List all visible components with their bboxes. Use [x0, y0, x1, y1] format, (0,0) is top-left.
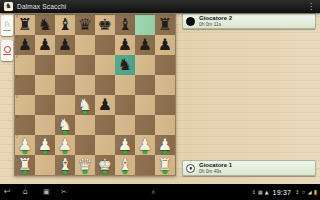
- square-e3[interactable]: [95, 115, 115, 135]
- rank-label-4: 4: [16, 95, 18, 99]
- square-d3[interactable]: [75, 115, 95, 135]
- black-king-e8: ♚: [98, 17, 112, 33]
- square-g2[interactable]: ♟: [135, 135, 155, 155]
- white-king-e1: ♚: [98, 157, 112, 173]
- square-e7[interactable]: [95, 35, 115, 55]
- chess-app-screen: ♞ Dalmax Scacchi ⋮ ♘ 8♜♞♝♛♚♝♜7♟♟♟♟♟♟6♞54…: [0, 0, 320, 200]
- square-f4[interactable]: [115, 95, 135, 115]
- white-pawn-b2: ♟: [38, 137, 52, 153]
- white-player-icon: [186, 164, 195, 173]
- square-a3[interactable]: 3: [15, 115, 35, 135]
- square-a2[interactable]: 2♟: [15, 135, 35, 155]
- black-bishop-c8: ♝: [58, 17, 72, 33]
- white-pawn-g2: ♟: [138, 137, 152, 153]
- usb-icon: ↕: [252, 190, 256, 195]
- white-knight-d4: ♞: [78, 97, 92, 113]
- square-c7[interactable]: ♟: [55, 35, 75, 55]
- white-queen-d1: ♛: [78, 157, 92, 173]
- app-title: Dalmax Scacchi: [17, 3, 66, 10]
- square-h5[interactable]: [155, 75, 175, 95]
- square-c2[interactable]: ♟: [55, 135, 75, 155]
- square-a4[interactable]: 4: [15, 95, 35, 115]
- black-pawn-c7: ♟: [58, 37, 72, 53]
- black-bishop-f8: ♝: [118, 17, 132, 33]
- status-clock: 19:37: [273, 189, 292, 196]
- square-f2[interactable]: ♟: [115, 135, 135, 155]
- white-player-icon-dot: [189, 167, 192, 170]
- square-c5[interactable]: [55, 75, 75, 95]
- white-knight-c3: ♞: [58, 117, 72, 133]
- square-b3[interactable]: [35, 115, 55, 135]
- white-rook-a1: ♜: [18, 157, 32, 173]
- square-b6[interactable]: [35, 55, 55, 75]
- black-rook-a8: ♜: [18, 17, 32, 33]
- player-card-top[interactable]: Giocatore 2 0h 0m 11s: [182, 13, 316, 29]
- player2-name: Giocatore 2: [199, 15, 232, 22]
- square-a5[interactable]: 5: [15, 75, 35, 95]
- black-knight-f6: ♞: [118, 57, 132, 73]
- player2-clock: 0h 0m 11s: [199, 22, 232, 28]
- square-h2[interactable]: ♟: [155, 135, 175, 155]
- rank-label-5: 5: [16, 75, 18, 79]
- black-pawn-b7: ♟: [38, 37, 52, 53]
- white-pawn-a2: ♟: [18, 137, 32, 153]
- square-e1[interactable]: ♚: [95, 155, 115, 175]
- chevron-up-icon[interactable]: ∧: [151, 184, 155, 200]
- black-knight-b8: ♞: [38, 17, 52, 33]
- square-d5[interactable]: [75, 75, 95, 95]
- square-a1[interactable]: 1♜: [15, 155, 35, 175]
- black-pawn-f7: ♟: [118, 37, 132, 53]
- black-rook-h8: ♜: [158, 17, 172, 33]
- square-g6[interactable]: [135, 55, 155, 75]
- screenshot-icon[interactable]: ✂: [61, 184, 67, 200]
- player1-clock: 0h 0m 49s: [199, 169, 232, 175]
- chess-board: 8♜♞♝♛♚♝♜7♟♟♟♟♟♟6♞54♞♟3♞2♟♟♟♟♟♟1♜♝♛♚♝♜: [14, 14, 176, 176]
- square-g8[interactable]: [135, 15, 155, 35]
- square-f5[interactable]: [115, 75, 135, 95]
- square-c4[interactable]: [55, 95, 75, 115]
- square-b8[interactable]: ♞: [35, 15, 55, 35]
- overflow-menu-icon[interactable]: ⋮: [306, 3, 316, 11]
- back-icon[interactable]: ↩: [4, 184, 11, 200]
- square-e8[interactable]: ♚: [95, 15, 115, 35]
- white-bishop-c1: ♝: [58, 157, 72, 173]
- status-icon-group: ↕ ▦ ▲ 19:37 ↥ ☆ ◢ ▮: [252, 184, 317, 200]
- black-pawn-e4: ♟: [98, 97, 112, 113]
- red-ring-icon: [4, 46, 11, 53]
- square-g5[interactable]: [135, 75, 155, 95]
- square-d2[interactable]: [75, 135, 95, 155]
- square-d6[interactable]: [75, 55, 95, 75]
- warning-icon: ▲: [265, 190, 269, 195]
- white-rook-h1: ♜: [158, 157, 172, 173]
- android-nav-bar: ↩ ⌂ ▣ ✂ ∧ ↕ ▦ ▲ 19:37 ↥ ☆ ◢ ▮: [0, 184, 320, 200]
- square-e5[interactable]: [95, 75, 115, 95]
- black-pawn-g7: ♟: [138, 37, 152, 53]
- square-d7[interactable]: [75, 35, 95, 55]
- square-c6[interactable]: [55, 55, 75, 75]
- square-b4[interactable]: [35, 95, 55, 115]
- square-b5[interactable]: [35, 75, 55, 95]
- star-icon: ☆: [301, 190, 305, 195]
- player-card-bottom[interactable]: Giocatore 1 0h 0m 49s: [182, 160, 316, 176]
- storage-icon: ▦: [258, 190, 263, 195]
- square-h6[interactable]: [155, 55, 175, 75]
- player1-name: Giocatore 1: [199, 162, 232, 169]
- square-d4[interactable]: ♞: [75, 95, 95, 115]
- app-icon: ♞: [4, 2, 13, 11]
- black-pawn-a7: ♟: [18, 37, 32, 53]
- square-h1[interactable]: ♜: [155, 155, 175, 175]
- square-c3[interactable]: ♞: [55, 115, 75, 135]
- square-f8[interactable]: ♝: [115, 15, 135, 35]
- square-c8[interactable]: ♝: [55, 15, 75, 35]
- square-g3[interactable]: [135, 115, 155, 135]
- square-a6[interactable]: 6: [15, 55, 35, 75]
- square-d8[interactable]: ♛: [75, 15, 95, 35]
- knight-icon: ♘: [3, 21, 10, 29]
- recents-icon[interactable]: ▣: [43, 184, 50, 200]
- white-pawn-c2: ♟: [58, 137, 72, 153]
- square-h7[interactable]: ♟: [155, 35, 175, 55]
- new-game-button[interactable]: ♘: [1, 15, 13, 36]
- square-g4[interactable]: [135, 95, 155, 115]
- signal-icon: ◢: [308, 190, 312, 195]
- square-c1[interactable]: ♝: [55, 155, 75, 175]
- button-caption: [3, 30, 11, 31]
- white-bishop-f1: ♝: [118, 157, 132, 173]
- square-f6[interactable]: ♞: [115, 55, 135, 75]
- title-bar: ♞ Dalmax Scacchi ⋮: [0, 0, 320, 13]
- black-pawn-h7: ♟: [158, 37, 172, 53]
- white-pawn-f2: ♟: [118, 137, 132, 153]
- square-a8[interactable]: 8♜: [15, 15, 35, 35]
- square-d1[interactable]: ♛: [75, 155, 95, 175]
- square-h3[interactable]: [155, 115, 175, 135]
- black-player-icon: [186, 17, 195, 26]
- square-h4[interactable]: [155, 95, 175, 115]
- square-e2[interactable]: [95, 135, 115, 155]
- square-f7[interactable]: ♟: [115, 35, 135, 55]
- white-pawn-h2: ♟: [158, 137, 172, 153]
- black-queen-d8: ♛: [78, 17, 92, 33]
- square-e4[interactable]: ♟: [95, 95, 115, 115]
- square-b2[interactable]: ♟: [35, 135, 55, 155]
- stop-game-button[interactable]: [1, 40, 13, 61]
- square-h8[interactable]: ♜: [155, 15, 175, 35]
- button-caption: [3, 54, 11, 55]
- square-b1[interactable]: [35, 155, 55, 175]
- rank-label-6: 6: [16, 55, 18, 59]
- square-f1[interactable]: ♝: [115, 155, 135, 175]
- battery-icon: ▮: [314, 189, 317, 195]
- rank-label-3: 3: [16, 115, 18, 119]
- square-g7[interactable]: ♟: [135, 35, 155, 55]
- square-e6[interactable]: [95, 55, 115, 75]
- square-g1[interactable]: [135, 155, 155, 175]
- square-b7[interactable]: ♟: [35, 35, 55, 55]
- upload-icon: ↥: [295, 190, 299, 195]
- square-a7[interactable]: 7♟: [15, 35, 35, 55]
- square-f3[interactable]: [115, 115, 135, 135]
- home-icon[interactable]: ⌂: [23, 184, 28, 200]
